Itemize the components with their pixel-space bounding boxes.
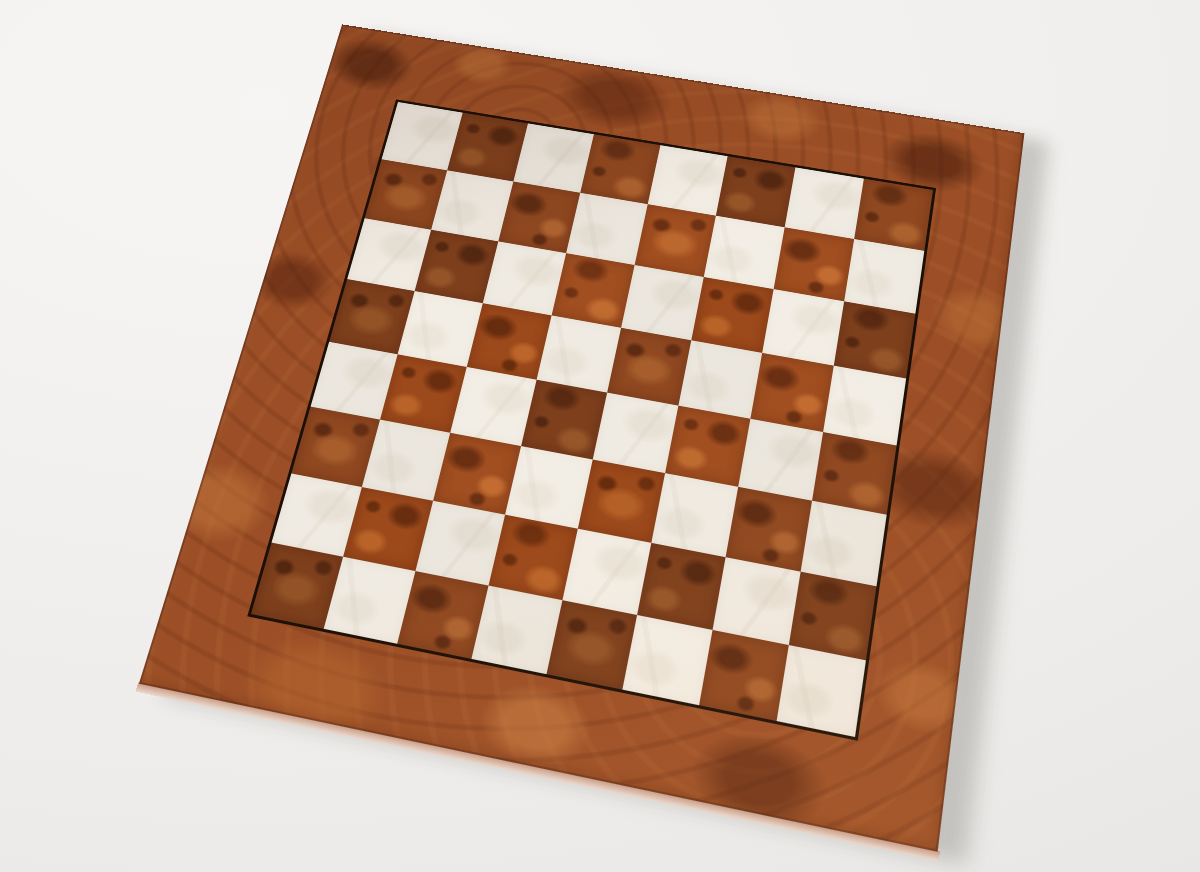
board-square[interactable] — [622, 615, 712, 705]
board-square[interactable] — [546, 600, 637, 689]
board-square[interactable] — [566, 193, 648, 265]
board-square[interactable] — [699, 630, 789, 721]
chess-board — [139, 24, 1025, 851]
board-square[interactable] — [648, 145, 728, 216]
board-square[interactable] — [537, 315, 622, 392]
board-square[interactable] — [716, 156, 796, 227]
board-square[interactable] — [777, 645, 866, 737]
board-square[interactable] — [785, 167, 864, 239]
board-square[interactable] — [635, 204, 716, 277]
photo-scene — [0, 0, 1200, 872]
board-square[interactable] — [621, 265, 704, 340]
board-square[interactable] — [704, 216, 785, 289]
board-square[interactable] — [580, 134, 660, 204]
board-square[interactable] — [552, 253, 635, 328]
